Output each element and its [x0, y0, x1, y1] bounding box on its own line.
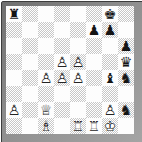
square-c5[interactable] [38, 54, 54, 70]
white-rook-fill: ♜ [70, 118, 86, 134]
chess-board: ♜♚♟♟♟♟♙♟♙♛♟♙♟♙♟♙♝♞♟♙♛♕♟♙♞♝♗♜♖♜♖♚♔ [6, 6, 134, 134]
square-h2[interactable]: ♞ [118, 102, 134, 118]
black-rook-icon: ♜ [6, 6, 22, 22]
square-g2[interactable]: ♟♙ [102, 102, 118, 118]
square-h7[interactable] [118, 22, 134, 38]
black-queen-icon: ♛ [118, 54, 134, 70]
square-d5[interactable]: ♟♙ [54, 54, 70, 70]
square-b4[interactable] [22, 70, 38, 86]
square-h4[interactable]: ♞ [118, 70, 134, 86]
square-d7[interactable] [54, 22, 70, 38]
square-c8[interactable] [38, 6, 54, 22]
square-c3[interactable] [38, 86, 54, 102]
white-rook-icon: ♖ [86, 118, 102, 134]
square-d6[interactable] [54, 38, 70, 54]
square-e8[interactable] [70, 6, 86, 22]
square-a3[interactable] [6, 86, 22, 102]
square-e4[interactable]: ♟♙ [70, 70, 86, 86]
square-g7[interactable]: ♟ [102, 22, 118, 38]
square-h8[interactable] [118, 6, 134, 22]
white-pawn-icon: ♙ [102, 102, 118, 118]
square-g8[interactable]: ♚ [102, 6, 118, 22]
white-pawn-icon: ♙ [6, 102, 22, 118]
white-pawn-fill: ♟ [38, 70, 54, 86]
square-b1[interactable] [22, 118, 38, 134]
chess-board-frame: ♜♚♟♟♟♟♙♟♙♛♟♙♟♙♟♙♝♞♟♙♛♕♟♙♞♝♗♜♖♜♖♚♔ [1, 1, 142, 142]
square-e2[interactable] [70, 102, 86, 118]
black-pawn-icon: ♟ [86, 22, 102, 38]
square-h1[interactable] [118, 118, 134, 134]
square-c1[interactable]: ♝♗ [38, 118, 54, 134]
square-h3[interactable] [118, 86, 134, 102]
square-b6[interactable] [22, 38, 38, 54]
square-f7[interactable]: ♟ [86, 22, 102, 38]
square-f4[interactable] [86, 70, 102, 86]
square-b8[interactable] [22, 6, 38, 22]
square-a8[interactable]: ♜ [6, 6, 22, 22]
white-queen-fill: ♛ [38, 102, 54, 118]
white-pawn-fill: ♟ [54, 70, 70, 86]
white-pawn-icon: ♙ [70, 70, 86, 86]
square-h6[interactable]: ♟ [118, 38, 134, 54]
white-bishop-icon: ♗ [38, 118, 54, 134]
square-d2[interactable] [54, 102, 70, 118]
square-d3[interactable] [54, 86, 70, 102]
square-h5[interactable]: ♛ [118, 54, 134, 70]
square-g1[interactable]: ♚♔ [102, 118, 118, 134]
square-g4[interactable]: ♝ [102, 70, 118, 86]
black-knight-icon: ♞ [118, 102, 134, 118]
square-c6[interactable] [38, 38, 54, 54]
white-rook-icon: ♖ [70, 118, 86, 134]
white-pawn-fill: ♟ [6, 102, 22, 118]
white-pawn-icon: ♙ [54, 70, 70, 86]
square-f1[interactable]: ♜♖ [86, 118, 102, 134]
white-pawn-icon: ♙ [70, 54, 86, 70]
square-c7[interactable] [38, 22, 54, 38]
square-f8[interactable] [86, 6, 102, 22]
square-g3[interactable] [102, 86, 118, 102]
white-queen-icon: ♕ [38, 102, 54, 118]
square-g5[interactable] [102, 54, 118, 70]
white-bishop-fill: ♝ [38, 118, 54, 134]
square-e6[interactable] [70, 38, 86, 54]
white-pawn-fill: ♟ [70, 54, 86, 70]
black-pawn-icon: ♟ [118, 38, 134, 54]
square-a7[interactable] [6, 22, 22, 38]
square-a1[interactable] [6, 118, 22, 134]
white-rook-fill: ♜ [86, 118, 102, 134]
square-b7[interactable] [22, 22, 38, 38]
white-pawn-fill: ♟ [70, 70, 86, 86]
square-d4[interactable]: ♟♙ [54, 70, 70, 86]
white-pawn-icon: ♙ [38, 70, 54, 86]
square-a2[interactable]: ♟♙ [6, 102, 22, 118]
square-a6[interactable] [6, 38, 22, 54]
square-e5[interactable]: ♟♙ [70, 54, 86, 70]
black-bishop-icon: ♝ [102, 70, 118, 86]
square-f2[interactable] [86, 102, 102, 118]
square-f3[interactable] [86, 86, 102, 102]
square-b2[interactable] [22, 102, 38, 118]
square-f6[interactable] [86, 38, 102, 54]
white-pawn-fill: ♟ [54, 54, 70, 70]
square-d1[interactable] [54, 118, 70, 134]
square-e7[interactable] [70, 22, 86, 38]
white-king-icon: ♔ [102, 118, 118, 134]
square-c4[interactable]: ♟♙ [38, 70, 54, 86]
square-c2[interactable]: ♛♕ [38, 102, 54, 118]
square-e1[interactable]: ♜♖ [70, 118, 86, 134]
square-g6[interactable] [102, 38, 118, 54]
white-king-fill: ♚ [102, 118, 118, 134]
square-a4[interactable] [6, 70, 22, 86]
square-b5[interactable] [22, 54, 38, 70]
black-knight-icon: ♞ [118, 70, 134, 86]
black-king-icon: ♚ [102, 6, 118, 22]
square-a5[interactable] [6, 54, 22, 70]
square-d8[interactable] [54, 6, 70, 22]
square-f5[interactable] [86, 54, 102, 70]
black-pawn-icon: ♟ [102, 22, 118, 38]
square-b3[interactable] [22, 86, 38, 102]
white-pawn-fill: ♟ [102, 102, 118, 118]
white-pawn-icon: ♙ [54, 54, 70, 70]
square-e3[interactable] [70, 86, 86, 102]
